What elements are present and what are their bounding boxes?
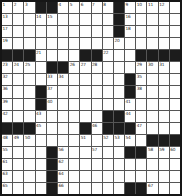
clue-number: 26 — [70, 62, 75, 67]
clue-number: 8 — [103, 2, 106, 7]
black-cell-r16c13 — [136, 183, 146, 194]
cell-r6c12[interactable] — [125, 62, 135, 73]
cell-r8c15[interactable] — [159, 86, 169, 97]
cell-r2c4[interactable]: 14 — [36, 14, 46, 25]
black-cell-r11c3 — [24, 123, 34, 134]
cell-r12c3[interactable]: 50 — [24, 135, 34, 146]
cell-r15c6[interactable]: 64 — [58, 171, 68, 182]
cell-r4c12[interactable] — [125, 38, 135, 49]
cell-r2c9[interactable] — [92, 14, 102, 25]
cell-r7c6[interactable]: 34 — [58, 74, 68, 85]
cell-r4c1[interactable]: 19 — [2, 38, 12, 49]
clue-number: 58 — [148, 147, 153, 152]
cell-r5c4[interactable]: 21 — [36, 50, 46, 61]
cell-r7c1[interactable]: 32 — [2, 74, 12, 85]
cell-r16c3[interactable] — [24, 183, 34, 194]
black-cell-r11c12 — [125, 123, 135, 134]
cell-r2c14[interactable] — [147, 14, 157, 25]
cell-r16c7[interactable] — [69, 183, 79, 194]
cell-r10c9[interactable] — [92, 111, 102, 122]
cell-r4c6[interactable] — [58, 38, 68, 49]
cell-r3c14[interactable] — [147, 26, 157, 37]
clue-number: 42 — [3, 111, 8, 116]
black-cell-r7c12 — [125, 74, 135, 85]
cell-r6c4[interactable] — [36, 62, 46, 73]
cell-r6c8[interactable]: 27 — [80, 62, 90, 73]
cell-r14c7[interactable] — [69, 159, 79, 170]
cell-r11c15[interactable] — [159, 123, 169, 134]
cell-r9c13[interactable] — [136, 99, 146, 110]
cell-r9c3[interactable] — [24, 99, 34, 110]
cell-r1c7[interactable]: 5 — [69, 2, 79, 13]
cell-r16c9[interactable] — [92, 183, 102, 194]
cell-r3c3[interactable] — [24, 26, 34, 37]
clue-number: 30 — [148, 62, 153, 67]
cell-r11c4[interactable]: 45 — [36, 123, 46, 134]
cell-r15c14[interactable] — [147, 171, 157, 182]
cell-r12c2[interactable]: 49 — [13, 135, 23, 146]
cell-r13c9[interactable]: 57 — [92, 147, 102, 158]
cell-r14c1[interactable]: 61 — [2, 159, 12, 170]
cell-r1c10[interactable]: 8 — [103, 2, 113, 13]
cell-r6c16[interactable] — [170, 62, 180, 73]
cell-r8c7[interactable] — [69, 86, 79, 97]
cell-r8c1[interactable]: 36 — [2, 86, 12, 97]
black-cell-r5c2 — [13, 50, 23, 61]
black-cell-r1c11 — [114, 2, 124, 13]
black-cell-r11c2 — [13, 123, 23, 134]
cell-r4c10[interactable] — [103, 38, 113, 49]
cell-r2c15[interactable] — [159, 14, 169, 25]
clue-number: 37 — [47, 86, 52, 91]
cell-r4c9[interactable] — [92, 38, 102, 49]
cell-r6c14[interactable]: 30 — [147, 62, 157, 73]
clue-number: 15 — [47, 14, 52, 19]
cell-r2c6[interactable] — [58, 14, 68, 25]
cell-r9c14[interactable] — [147, 99, 157, 110]
clue-number: 18 — [126, 26, 131, 31]
cell-r4c15[interactable] — [159, 38, 169, 49]
cell-r4c13[interactable] — [136, 38, 146, 49]
clue-number: 66 — [58, 183, 63, 188]
clue-number: 64 — [58, 171, 63, 176]
cell-r9c6[interactable] — [58, 99, 68, 110]
cell-r10c15[interactable] — [159, 111, 169, 122]
cell-r15c10[interactable] — [103, 171, 113, 182]
clue-number: 60 — [170, 147, 175, 152]
cell-r15c7[interactable] — [69, 171, 79, 182]
black-cell-r5c14 — [147, 50, 157, 61]
cell-r12c1[interactable]: 48 — [2, 135, 12, 146]
cell-r9c7[interactable] — [69, 99, 79, 110]
cell-r3c15[interactable] — [159, 26, 169, 37]
clue-number: 44 — [126, 111, 131, 116]
cell-r7c2[interactable] — [13, 74, 23, 85]
cell-r4c8[interactable] — [80, 38, 90, 49]
cell-r3c9[interactable] — [92, 26, 102, 37]
cell-r11c14[interactable] — [147, 123, 157, 134]
cell-r9c5[interactable]: 40 — [47, 99, 57, 110]
clue-number: 28 — [92, 62, 97, 67]
cell-r16c2[interactable] — [13, 183, 23, 194]
cell-r14c9[interactable] — [92, 159, 102, 170]
cell-r10c4[interactable]: 43 — [36, 111, 46, 122]
clue-number: 6 — [81, 2, 84, 7]
cell-r2c3[interactable] — [24, 14, 34, 25]
cell-r12c11[interactable]: 53 — [114, 135, 124, 146]
cell-r13c10[interactable] — [103, 147, 113, 158]
cell-r15c2[interactable] — [13, 171, 23, 182]
clue-number: 22 — [103, 50, 108, 55]
black-cell-r5c1 — [2, 50, 12, 61]
cell-r5c5[interactable] — [47, 50, 57, 61]
cell-r10c3[interactable] — [24, 111, 34, 122]
cell-r14c4[interactable] — [36, 159, 46, 170]
cell-r6c1[interactable]: 23 — [2, 62, 12, 73]
cell-r6c15[interactable]: 31 — [159, 62, 169, 73]
cell-r13c14[interactable]: 58 — [147, 147, 157, 158]
clue-number: 63 — [3, 171, 8, 176]
cell-r4c2[interactable] — [13, 38, 23, 49]
black-cell-r10c11 — [114, 111, 124, 122]
cell-r4c11[interactable]: 20 — [114, 38, 124, 49]
black-cell-r8c12 — [125, 86, 135, 97]
cell-r6c2[interactable]: 24 — [13, 62, 23, 73]
black-cell-r6c6 — [58, 62, 68, 73]
cell-r10c13[interactable] — [136, 111, 146, 122]
cell-r10c5[interactable] — [47, 111, 57, 122]
cell-r16c1[interactable]: 65 — [2, 183, 12, 194]
cell-r8c11[interactable] — [114, 86, 124, 97]
cell-r8c16[interactable] — [170, 86, 180, 97]
clue-number: 39 — [3, 99, 8, 104]
clue-number: 56 — [58, 147, 63, 152]
cell-r1c3[interactable]: 3 — [24, 2, 34, 13]
cell-r7c10[interactable] — [103, 74, 113, 85]
cell-r11c9[interactable]: 46 — [92, 123, 102, 134]
cell-r9c15[interactable] — [159, 99, 169, 110]
cell-r11c6[interactable] — [58, 123, 68, 134]
cell-r1c8[interactable]: 6 — [80, 2, 90, 13]
cell-r13c1[interactable]: 55 — [2, 147, 12, 158]
black-cell-r12c15 — [159, 135, 169, 146]
clue-number: 20 — [114, 38, 119, 43]
black-cell-r12c14 — [147, 135, 157, 146]
cell-r9c12[interactable]: 41 — [125, 99, 135, 110]
cell-r2c5[interactable]: 15 — [47, 14, 57, 25]
cell-r11c5[interactable] — [47, 123, 57, 134]
cell-r10c6[interactable] — [58, 111, 68, 122]
cell-r15c12[interactable] — [125, 171, 135, 182]
cell-r2c16[interactable] — [170, 14, 180, 25]
cell-r9c11[interactable] — [114, 99, 124, 110]
black-cell-r14c5 — [47, 159, 57, 170]
cell-r4c7[interactable] — [69, 38, 79, 49]
cell-r2c1[interactable]: 13 — [2, 14, 12, 25]
cell-r10c7[interactable] — [69, 111, 79, 122]
clue-number: 5 — [70, 2, 73, 7]
cell-r1c2[interactable]: 2 — [13, 2, 23, 13]
clue-number: 16 — [126, 14, 131, 19]
cell-r3c1[interactable]: 17 — [2, 26, 12, 37]
cell-r16c14[interactable]: 67 — [147, 183, 157, 194]
clue-number: 40 — [47, 99, 52, 104]
clue-number: 38 — [137, 86, 142, 91]
cell-r9c1[interactable]: 39 — [2, 99, 12, 110]
cell-r6c10[interactable] — [103, 62, 113, 73]
cell-r10c12[interactable]: 44 — [125, 111, 135, 122]
cell-r15c4[interactable] — [36, 171, 46, 182]
clue-number: 14 — [36, 14, 41, 19]
cell-r15c16[interactable] — [170, 171, 180, 182]
cell-r7c14[interactable] — [147, 74, 157, 85]
clue-number: 21 — [36, 50, 41, 55]
black-cell-r12c16 — [170, 135, 180, 146]
clue-number: 12 — [159, 2, 164, 7]
cell-r3c2[interactable] — [13, 26, 23, 37]
cell-r8c3[interactable] — [24, 86, 34, 97]
cell-r14c12[interactable] — [125, 159, 135, 170]
black-cell-r11c10 — [103, 123, 113, 134]
cell-r7c3[interactable] — [24, 74, 34, 85]
cell-r4c3[interactable] — [24, 38, 34, 49]
cell-r14c15[interactable] — [159, 159, 169, 170]
cell-r7c7[interactable] — [69, 74, 79, 85]
cell-r14c16[interactable] — [170, 159, 180, 170]
cell-r4c5[interactable] — [47, 38, 57, 49]
cell-r7c5[interactable]: 33 — [47, 74, 57, 85]
cell-r16c11[interactable] — [114, 183, 124, 194]
cell-r8c8[interactable] — [80, 86, 90, 97]
cell-r14c3[interactable] — [24, 159, 34, 170]
cell-r2c2[interactable] — [13, 14, 23, 25]
clue-number: 19 — [3, 38, 8, 43]
clue-number: 55 — [3, 147, 8, 152]
cell-r2c7[interactable] — [69, 14, 79, 25]
cell-r2c13[interactable] — [136, 14, 146, 25]
cell-r9c10[interactable] — [103, 99, 113, 110]
black-cell-r3c11 — [114, 26, 124, 37]
black-cell-r11c1 — [2, 123, 12, 134]
cell-r13c11[interactable] — [114, 147, 124, 158]
clue-number: 33 — [47, 74, 52, 79]
clue-number: 17 — [3, 26, 8, 31]
cell-r5c6[interactable] — [58, 50, 68, 61]
cell-r3c5[interactable] — [47, 26, 57, 37]
cell-r14c2[interactable] — [13, 159, 23, 170]
cell-r8c14[interactable] — [147, 86, 157, 97]
clue-number: 51 — [81, 135, 86, 140]
cell-r14c6[interactable]: 62 — [58, 159, 68, 170]
cell-r14c14[interactable] — [147, 159, 157, 170]
cell-r8c2[interactable] — [13, 86, 23, 97]
cell-r10c16[interactable] — [170, 111, 180, 122]
cell-r3c6[interactable] — [58, 26, 68, 37]
cell-r6c3[interactable]: 25 — [24, 62, 34, 73]
cell-r12c13[interactable] — [136, 135, 146, 146]
cell-r9c2[interactable] — [13, 99, 23, 110]
cell-r16c10[interactable] — [103, 183, 113, 194]
cell-r15c9[interactable] — [92, 171, 102, 182]
black-cell-r10c10 — [103, 111, 113, 122]
cell-r13c16[interactable]: 60 — [170, 147, 180, 158]
cell-r2c10[interactable] — [103, 14, 113, 25]
clue-number: 29 — [137, 62, 142, 67]
clue-number: 45 — [36, 123, 41, 128]
clue-number: 10 — [137, 2, 142, 7]
black-cell-r5c9 — [92, 50, 102, 61]
cell-r15c11[interactable] — [114, 171, 124, 182]
cell-r12c8[interactable]: 51 — [80, 135, 90, 146]
cell-r6c7[interactable]: 26 — [69, 62, 79, 73]
cell-r12c7[interactable] — [69, 135, 79, 146]
cell-r7c9[interactable] — [92, 74, 102, 85]
cell-r15c8[interactable] — [80, 171, 90, 182]
black-cell-r5c13 — [136, 50, 146, 61]
cell-r11c13[interactable]: 47 — [136, 123, 146, 134]
cell-r13c7[interactable] — [69, 147, 79, 158]
cell-r8c10[interactable] — [103, 86, 113, 97]
clue-number: 46 — [92, 123, 97, 128]
crossword-grid: 1234567891011121314151617181920212223242… — [0, 0, 182, 196]
cell-r16c4[interactable] — [36, 183, 46, 194]
cell-r12c4[interactable] — [36, 135, 46, 146]
cell-r10c2[interactable] — [13, 111, 23, 122]
cell-r12c5[interactable] — [47, 135, 57, 146]
cell-r13c4[interactable] — [36, 147, 46, 158]
cell-r12c10[interactable]: 52 — [103, 135, 113, 146]
cell-r3c10[interactable] — [103, 26, 113, 37]
cell-r8c6[interactable] — [58, 86, 68, 97]
cell-r8c13[interactable]: 38 — [136, 86, 146, 97]
cell-r1c14[interactable]: 11 — [147, 2, 157, 13]
cell-r3c12[interactable]: 18 — [125, 26, 135, 37]
cell-r14c8[interactable] — [80, 159, 90, 170]
cell-r6c9[interactable]: 28 — [92, 62, 102, 73]
cell-r1c9[interactable]: 7 — [92, 2, 102, 13]
cell-r7c8[interactable] — [80, 74, 90, 85]
cell-r14c11[interactable] — [114, 159, 124, 170]
clue-number: 43 — [36, 111, 41, 116]
cell-r15c3[interactable] — [24, 171, 34, 182]
cell-r1c12[interactable]: 9 — [125, 2, 135, 13]
clue-number: 24 — [14, 62, 19, 67]
cell-r16c6[interactable]: 66 — [58, 183, 68, 194]
clue-number: 57 — [92, 147, 97, 152]
black-cell-r13c5 — [47, 147, 57, 158]
cell-r16c16[interactable] — [170, 183, 180, 194]
black-cell-r5c3 — [24, 50, 34, 61]
cell-r7c13[interactable]: 35 — [136, 74, 146, 85]
black-cell-r1c5 — [47, 2, 57, 13]
cell-r10c1[interactable]: 42 — [2, 111, 12, 122]
cell-r13c15[interactable]: 59 — [159, 147, 169, 158]
clue-number: 2 — [14, 2, 17, 7]
cell-r15c15[interactable] — [159, 171, 169, 182]
cell-r16c8[interactable] — [80, 183, 90, 194]
cell-r6c11[interactable] — [114, 62, 124, 73]
clue-number: 54 — [126, 135, 131, 140]
cell-r7c15[interactable] — [159, 74, 169, 85]
cell-r6c13[interactable]: 29 — [136, 62, 146, 73]
clue-number: 13 — [3, 14, 8, 19]
cell-r5c7[interactable] — [69, 50, 79, 61]
cell-r1c15[interactable]: 12 — [159, 2, 169, 13]
clue-number: 7 — [92, 2, 95, 7]
cell-r4c16[interactable] — [170, 38, 180, 49]
cell-r8c5[interactable]: 37 — [47, 86, 57, 97]
clue-number: 59 — [159, 147, 164, 152]
cell-r9c8[interactable] — [80, 99, 90, 110]
cell-r14c13[interactable] — [136, 159, 146, 170]
cell-r1c16[interactable] — [170, 2, 180, 13]
clue-number: 47 — [137, 123, 142, 128]
black-cell-r16c12 — [125, 183, 135, 194]
cell-r10c8[interactable] — [80, 111, 90, 122]
clue-number: 31 — [159, 62, 164, 67]
clue-number: 49 — [14, 135, 19, 140]
cell-r16c15[interactable] — [159, 183, 169, 194]
clue-number: 62 — [58, 159, 63, 164]
cell-r14c10[interactable] — [103, 159, 113, 170]
cell-r1c6[interactable]: 4 — [58, 2, 68, 13]
cell-r12c9[interactable] — [92, 135, 102, 146]
cell-r3c8[interactable] — [80, 26, 90, 37]
black-cell-r8c4 — [36, 86, 46, 97]
black-cell-r6c5 — [47, 62, 57, 73]
black-cell-r2c11 — [114, 14, 124, 25]
cell-r1c13[interactable]: 10 — [136, 2, 146, 13]
clue-number: 41 — [126, 99, 131, 104]
cell-r1c1[interactable]: 1 — [2, 2, 12, 13]
clue-number: 35 — [137, 74, 142, 79]
cell-r7c4[interactable] — [36, 74, 46, 85]
cell-r12c6[interactable] — [58, 135, 68, 146]
cell-r3c13[interactable] — [136, 26, 146, 37]
cell-r15c13[interactable] — [136, 171, 146, 182]
clue-number: 34 — [58, 74, 63, 79]
cell-r5c10[interactable]: 22 — [103, 50, 113, 61]
cell-r8c9[interactable] — [92, 86, 102, 97]
clue-number: 11 — [148, 2, 153, 7]
clue-number: 1 — [3, 2, 6, 7]
cell-r7c16[interactable] — [170, 74, 180, 85]
cell-r3c7[interactable] — [69, 26, 79, 37]
cell-r11c7[interactable] — [69, 123, 79, 134]
cell-r13c6[interactable]: 56 — [58, 147, 68, 158]
cell-r9c9[interactable] — [92, 99, 102, 110]
cell-r5c12[interactable] — [125, 50, 135, 61]
cell-r3c4[interactable] — [36, 26, 46, 37]
cell-r13c8[interactable] — [80, 147, 90, 158]
cell-r2c12[interactable]: 16 — [125, 14, 135, 25]
cell-r4c14[interactable] — [147, 38, 157, 49]
cell-r11c16[interactable] — [170, 123, 180, 134]
black-cell-r11c11 — [114, 123, 124, 134]
cell-r13c3[interactable] — [24, 147, 34, 158]
cell-r12c12[interactable]: 54 — [125, 135, 135, 146]
cell-r10c14[interactable] — [147, 111, 157, 122]
cell-r15c1[interactable]: 63 — [2, 171, 12, 182]
cell-r4c4[interactable] — [36, 38, 46, 49]
cell-r2c8[interactable] — [80, 14, 90, 25]
cell-r7c11[interactable] — [114, 74, 124, 85]
clue-number: 65 — [3, 183, 8, 188]
cell-r13c2[interactable] — [13, 147, 23, 158]
cell-r5c11[interactable] — [114, 50, 124, 61]
cell-r3c16[interactable] — [170, 26, 180, 37]
cell-r9c16[interactable] — [170, 99, 180, 110]
